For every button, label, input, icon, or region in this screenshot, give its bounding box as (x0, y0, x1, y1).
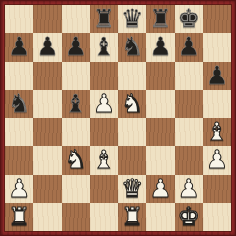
piece-black-pawn[interactable]: ♟ (36, 33, 58, 61)
square-h4[interactable]: ♝ (203, 118, 231, 146)
piece-black-queen[interactable]: ♛ (121, 5, 143, 33)
piece-white-pawn[interactable]: ♟ (206, 146, 228, 174)
square-g1[interactable]: ♚ (175, 203, 203, 231)
square-e4[interactable] (118, 118, 146, 146)
piece-white-knight[interactable]: ♞ (64, 146, 86, 174)
square-e1[interactable]: ♜ (118, 203, 146, 231)
piece-white-pawn[interactable]: ♟ (8, 175, 30, 203)
square-f2[interactable]: ♟ (146, 175, 174, 203)
square-b1[interactable] (33, 203, 61, 231)
square-a8[interactable] (5, 5, 33, 33)
square-a1[interactable]: ♜ (5, 203, 33, 231)
piece-black-knight[interactable]: ♞ (121, 33, 143, 61)
piece-black-bishop[interactable]: ♝ (64, 90, 86, 118)
square-c4[interactable] (62, 118, 90, 146)
piece-white-bishop[interactable]: ♝ (206, 118, 228, 146)
square-g5[interactable] (175, 90, 203, 118)
square-c8[interactable] (62, 5, 90, 33)
square-h6[interactable]: ♟ (203, 62, 231, 90)
square-d4[interactable] (90, 118, 118, 146)
square-c2[interactable] (62, 175, 90, 203)
square-f6[interactable] (146, 62, 174, 90)
square-f1[interactable] (146, 203, 174, 231)
square-b4[interactable] (33, 118, 61, 146)
piece-white-king[interactable]: ♚ (177, 203, 199, 231)
square-g8[interactable]: ♚ (175, 5, 203, 33)
piece-black-knight[interactable]: ♞ (8, 90, 30, 118)
piece-black-pawn[interactable]: ♟ (64, 33, 86, 61)
square-h5[interactable] (203, 90, 231, 118)
square-b8[interactable] (33, 5, 61, 33)
square-f4[interactable] (146, 118, 174, 146)
square-c1[interactable] (62, 203, 90, 231)
square-f8[interactable]: ♜ (146, 5, 174, 33)
square-e3[interactable] (118, 146, 146, 174)
square-c6[interactable] (62, 62, 90, 90)
piece-white-knight[interactable]: ♞ (121, 90, 143, 118)
piece-black-rook[interactable]: ♜ (149, 5, 171, 33)
square-f3[interactable] (146, 146, 174, 174)
square-g2[interactable]: ♟ (175, 175, 203, 203)
square-d5[interactable]: ♟ (90, 90, 118, 118)
square-h8[interactable] (203, 5, 231, 33)
square-e5[interactable]: ♞ (118, 90, 146, 118)
square-h2[interactable] (203, 175, 231, 203)
square-f5[interactable] (146, 90, 174, 118)
square-d1[interactable] (90, 203, 118, 231)
square-c7[interactable]: ♟ (62, 33, 90, 61)
chess-app: ♜♛♜♚♟♟♟♝♞♟♟♟♞♝♟♞♝♞♝♟♟♛♟♟♜♜♚ (0, 0, 236, 236)
square-d3[interactable]: ♝ (90, 146, 118, 174)
square-b6[interactable] (33, 62, 61, 90)
piece-black-king[interactable]: ♚ (177, 5, 199, 33)
square-a3[interactable] (5, 146, 33, 174)
square-a5[interactable]: ♞ (5, 90, 33, 118)
square-d6[interactable] (90, 62, 118, 90)
square-h1[interactable] (203, 203, 231, 231)
piece-black-bishop[interactable]: ♝ (93, 33, 115, 61)
square-a2[interactable]: ♟ (5, 175, 33, 203)
square-g7[interactable]: ♟ (175, 33, 203, 61)
piece-black-pawn[interactable]: ♟ (206, 62, 228, 90)
square-b7[interactable]: ♟ (33, 33, 61, 61)
square-g6[interactable] (175, 62, 203, 90)
square-a7[interactable]: ♟ (5, 33, 33, 61)
square-f7[interactable]: ♟ (146, 33, 174, 61)
square-d2[interactable] (90, 175, 118, 203)
piece-black-rook[interactable]: ♜ (93, 5, 115, 33)
square-a6[interactable] (5, 62, 33, 90)
piece-white-pawn[interactable]: ♟ (149, 175, 171, 203)
piece-white-rook[interactable]: ♜ (121, 203, 143, 231)
square-e7[interactable]: ♞ (118, 33, 146, 61)
square-b3[interactable] (33, 146, 61, 174)
square-h3[interactable]: ♟ (203, 146, 231, 174)
square-g3[interactable] (175, 146, 203, 174)
square-d7[interactable]: ♝ (90, 33, 118, 61)
square-e2[interactable]: ♛ (118, 175, 146, 203)
piece-black-pawn[interactable]: ♟ (177, 33, 199, 61)
piece-white-pawn[interactable]: ♟ (177, 175, 199, 203)
piece-white-rook[interactable]: ♜ (8, 203, 30, 231)
square-b5[interactable] (33, 90, 61, 118)
square-c5[interactable]: ♝ (62, 90, 90, 118)
piece-black-pawn[interactable]: ♟ (8, 33, 30, 61)
piece-white-queen[interactable]: ♛ (121, 175, 143, 203)
square-d8[interactable]: ♜ (90, 5, 118, 33)
square-e8[interactable]: ♛ (118, 5, 146, 33)
square-b2[interactable] (33, 175, 61, 203)
piece-black-pawn[interactable]: ♟ (149, 33, 171, 61)
piece-white-bishop[interactable]: ♝ (93, 146, 115, 174)
chess-board: ♜♛♜♚♟♟♟♝♞♟♟♟♞♝♟♞♝♞♝♟♟♛♟♟♜♜♚ (5, 5, 231, 231)
square-g4[interactable] (175, 118, 203, 146)
square-e6[interactable] (118, 62, 146, 90)
piece-white-pawn[interactable]: ♟ (93, 90, 115, 118)
square-a4[interactable] (5, 118, 33, 146)
square-h7[interactable] (203, 33, 231, 61)
square-c3[interactable]: ♞ (62, 146, 90, 174)
